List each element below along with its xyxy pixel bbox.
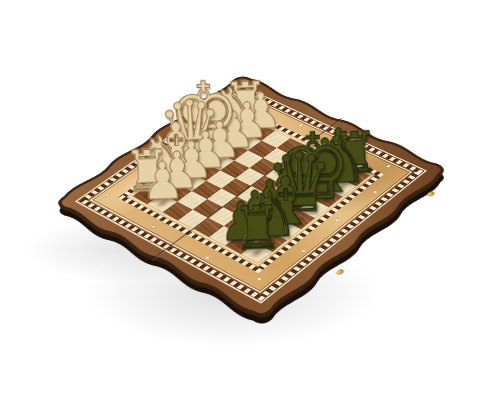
chess-board-scene: ♜♞♝♛♚♝♞♜♟♟♟♟♟♟♟♟♟♟♟♟♟♟♟♟♜♞♝♛♚♝♞♜ — [0, 0, 500, 400]
board-plate: ♜♞♝♛♚♝♞♜♟♟♟♟♟♟♟♟♟♟♟♟♟♟♟♟♜♞♝♛♚♝♞♜ — [39, 67, 463, 330]
rook-glyph: ♜ — [232, 197, 284, 258]
product-photo-stage: ♜♞♝♛♚♝♞♜♟♟♟♟♟♟♟♟♟♟♟♟♟♟♟♟♜♞♝♛♚♝♞♜ — [0, 0, 500, 400]
pawn-glyph: ♟ — [141, 155, 186, 208]
